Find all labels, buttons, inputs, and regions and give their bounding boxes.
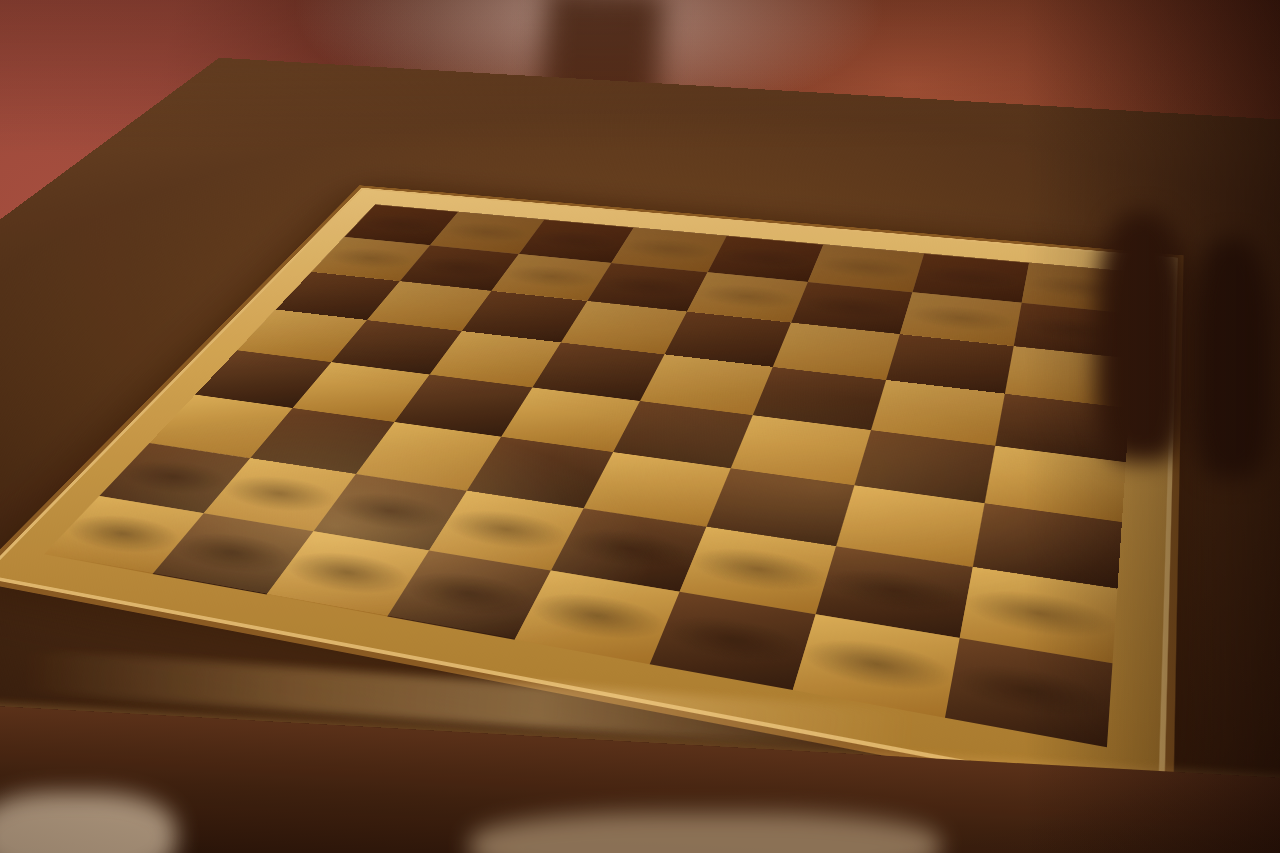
floor-patch-left (0, 792, 176, 853)
floor-patch-center (470, 812, 940, 853)
white-rook: ♜ (830, 469, 1228, 702)
blurred-piece-silhouette (1192, 238, 1272, 478)
square-a1: ♜ (945, 638, 1113, 747)
blurred-knight-silhouette (1096, 212, 1188, 462)
square-c6 (773, 323, 900, 380)
photo-of-chess-table: ♜♞♝♚♛♝♞♜♟♟♟♟♟♟♟♟♟♟♟♟♟♟♟♟♜♞♝♚♛♝♞♜ (0, 0, 1280, 853)
